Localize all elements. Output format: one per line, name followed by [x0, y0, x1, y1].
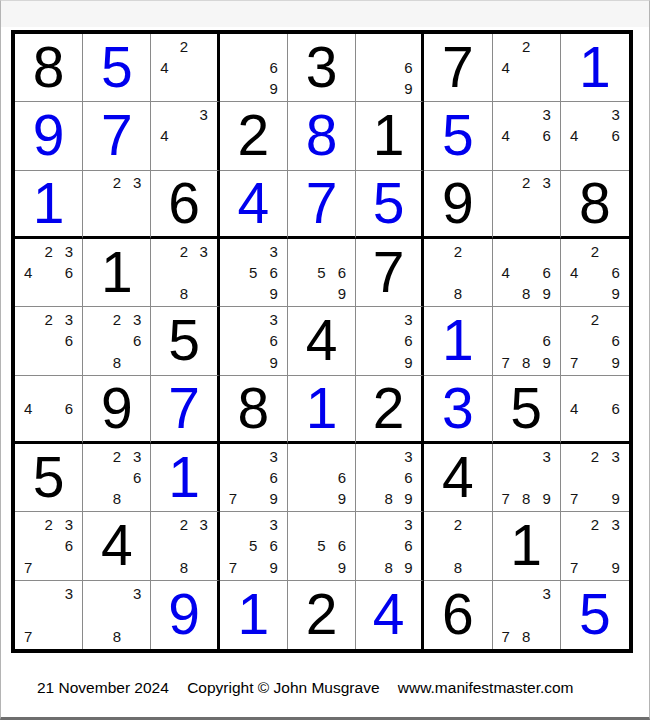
candidate-3	[332, 241, 352, 262]
cell-r8c3[interactable]: 238	[151, 512, 219, 580]
cell-r2c7[interactable]: 5	[424, 102, 492, 170]
cell-r7c8[interactable]: 3789	[493, 444, 561, 512]
candidate-grid: 236	[18, 309, 79, 372]
cell-r1c4[interactable]: 69	[220, 34, 288, 102]
given-digit: 1	[101, 244, 133, 301]
candidate-7	[564, 283, 585, 304]
candidate-3	[468, 241, 488, 262]
cell-r6c3[interactable]: 7	[151, 376, 219, 444]
candidate-7	[223, 352, 243, 373]
footer-date: 21 November 2024	[37, 679, 169, 696]
candidate-3: 3	[127, 173, 147, 193]
candidate-2	[311, 241, 331, 262]
candidate-8	[379, 352, 399, 373]
candidate-6	[127, 604, 147, 625]
candidate-3	[194, 36, 214, 57]
candidate-8	[516, 147, 536, 168]
cell-r2c4[interactable]: 2	[220, 102, 288, 170]
given-digit: 1	[510, 517, 542, 574]
candidate-3: 3	[605, 104, 626, 125]
candidate-8	[243, 557, 263, 578]
candidate-1	[564, 309, 585, 330]
candidate-2	[243, 241, 263, 262]
candidate-grid: 369	[223, 309, 284, 372]
cell-r9c6[interactable]: 4	[356, 581, 424, 649]
cell-r6c1[interactable]: 46	[15, 376, 83, 444]
candidate-9	[536, 147, 556, 168]
sudoku-page: 8524693697241973428153463461236475923823…	[0, 0, 650, 720]
solved-digit: 1	[442, 312, 474, 369]
cell-r3c8[interactable]: 23	[493, 171, 561, 239]
cell-r5c4[interactable]: 369	[220, 307, 288, 375]
cell-r5c9[interactable]: 2679	[561, 307, 629, 375]
candidate-7: 7	[496, 626, 516, 647]
candidate-9	[194, 78, 214, 99]
candidate-3: 3	[536, 104, 556, 125]
cell-r3c3[interactable]: 6	[151, 171, 219, 239]
candidate-7	[86, 626, 106, 647]
candidate-7	[291, 488, 311, 509]
candidate-8	[585, 147, 606, 168]
candidate-8	[516, 78, 536, 99]
candidate-2	[516, 309, 536, 330]
candidate-9	[194, 283, 214, 304]
candidate-4	[291, 535, 311, 556]
candidate-5	[516, 467, 536, 488]
candidate-5	[585, 125, 606, 146]
cell-r2c5[interactable]: 8	[288, 102, 356, 170]
candidate-9	[536, 78, 556, 99]
cell-r3c2[interactable]: 23	[83, 171, 151, 239]
cell-r4c7[interactable]: 28	[424, 239, 492, 307]
candidate-grid: 35679	[223, 514, 284, 577]
candidate-8: 8	[107, 626, 127, 647]
candidate-2: 2	[107, 309, 127, 330]
candidate-3	[332, 446, 352, 467]
candidate-9: 9	[263, 488, 283, 509]
candidate-7: 7	[564, 352, 585, 373]
candidate-7: 7	[564, 488, 585, 509]
candidate-3: 3	[263, 446, 283, 467]
candidate-6: 6	[127, 467, 147, 488]
candidate-4	[564, 467, 585, 488]
cell-r3c5[interactable]: 7	[288, 171, 356, 239]
candidate-6	[194, 125, 214, 146]
candidate-9: 9	[536, 283, 556, 304]
candidate-4: 4	[496, 125, 516, 146]
cell-r2c8[interactable]: 346	[493, 102, 561, 170]
candidate-8	[585, 419, 606, 439]
candidate-6	[194, 262, 214, 283]
candidate-5	[174, 535, 194, 556]
cell-r9c1[interactable]: 37	[15, 581, 83, 649]
candidate-grid: 2346	[18, 241, 79, 304]
candidate-7	[359, 352, 379, 373]
candidate-5	[38, 604, 58, 625]
candidate-4	[86, 467, 106, 488]
candidate-1	[564, 446, 585, 467]
candidate-6	[536, 57, 556, 78]
candidate-1	[564, 514, 585, 535]
candidate-4: 4	[18, 398, 38, 418]
cell-r4c6[interactable]: 7	[356, 239, 424, 307]
candidate-7	[86, 352, 106, 373]
candidate-4: 4	[496, 57, 516, 78]
candidate-3: 3	[263, 309, 283, 330]
candidate-7	[359, 78, 379, 99]
cell-r7c5[interactable]: 69	[288, 444, 356, 512]
candidate-1	[154, 36, 174, 57]
candidate-5	[516, 193, 536, 213]
given-digit: 7	[442, 39, 474, 96]
cell-r7c1[interactable]: 5	[15, 444, 83, 512]
candidate-5: 5	[311, 535, 331, 556]
cell-r9c8[interactable]: 378	[493, 581, 561, 649]
candidate-8: 8	[174, 557, 194, 578]
candidate-1	[496, 173, 516, 193]
candidate-2: 2	[585, 446, 606, 467]
candidate-8	[585, 352, 606, 373]
solved-digit: 8	[306, 107, 338, 164]
candidate-2	[516, 104, 536, 125]
cell-r1c3[interactable]: 24	[151, 34, 219, 102]
cell-r9c4[interactable]: 1	[220, 581, 288, 649]
candidate-2: 2	[174, 514, 194, 535]
cell-r4c3[interactable]: 238	[151, 239, 219, 307]
candidate-5	[379, 467, 399, 488]
candidate-5	[585, 330, 606, 351]
candidate-4: 4	[154, 125, 174, 146]
cell-r4c4[interactable]: 3569	[220, 239, 288, 307]
solved-digit: 9	[33, 107, 65, 164]
cell-r8c7[interactable]: 28	[424, 512, 492, 580]
candidate-4	[223, 262, 243, 283]
candidate-2	[379, 446, 399, 467]
cell-r7c6[interactable]: 3689	[356, 444, 424, 512]
solved-digit: 5	[579, 586, 611, 643]
candidate-6: 6	[332, 535, 352, 556]
candidate-7	[564, 147, 585, 168]
cell-r8c1[interactable]: 2367	[15, 512, 83, 580]
candidate-4	[223, 535, 243, 556]
candidate-3	[536, 309, 556, 330]
cell-r4c5[interactable]: 569	[288, 239, 356, 307]
candidate-5	[107, 467, 127, 488]
candidate-5	[38, 398, 58, 418]
candidate-grid: 28	[427, 514, 488, 577]
candidate-1	[86, 446, 106, 467]
cell-r6c6[interactable]: 2	[356, 376, 424, 444]
candidate-grid: 2469	[564, 241, 626, 304]
cell-r3c7[interactable]: 9	[424, 171, 492, 239]
cell-r3c6[interactable]: 5	[356, 171, 424, 239]
cell-r6c8[interactable]: 5	[493, 376, 561, 444]
cell-r8c6[interactable]: 3689	[356, 512, 424, 580]
candidate-6: 6	[59, 535, 79, 556]
cell-r7c3[interactable]: 1	[151, 444, 219, 512]
candidate-3: 3	[605, 446, 626, 467]
candidate-grid: 38	[86, 583, 147, 647]
candidate-2: 2	[585, 241, 606, 262]
solved-digit: 1	[168, 449, 200, 506]
cell-r1c1[interactable]: 8	[15, 34, 83, 102]
candidate-6: 6	[605, 125, 626, 146]
candidate-2: 2	[38, 241, 58, 262]
cell-r2c6[interactable]: 1	[356, 102, 424, 170]
candidate-4	[496, 330, 516, 351]
cell-r3c4[interactable]: 4	[220, 171, 288, 239]
candidate-9: 9	[263, 352, 283, 373]
candidate-grid: 3789	[496, 446, 557, 509]
candidate-grid: 24	[496, 36, 557, 99]
given-digit: 6	[168, 175, 200, 232]
candidate-2	[311, 446, 331, 467]
given-digit: 8	[33, 39, 65, 96]
candidate-5	[516, 57, 536, 78]
cell-r7c7[interactable]: 4	[424, 444, 492, 512]
given-digit: 4	[101, 517, 133, 574]
candidate-5	[516, 125, 536, 146]
cell-r6c7[interactable]: 3	[424, 376, 492, 444]
candidate-5	[516, 604, 536, 625]
cell-r6c5[interactable]: 1	[288, 376, 356, 444]
candidate-1	[496, 104, 516, 125]
solved-digit: 7	[168, 380, 200, 437]
candidate-grid: 569	[291, 241, 352, 304]
candidate-9: 9	[605, 352, 626, 373]
candidate-4: 4	[496, 262, 516, 283]
candidate-4	[496, 193, 516, 213]
candidate-6: 6	[605, 398, 626, 418]
candidate-6	[468, 262, 488, 283]
cell-r1c7[interactable]: 7	[424, 34, 492, 102]
cell-r2c9[interactable]: 346	[561, 102, 629, 170]
candidate-grid: 346	[496, 104, 557, 167]
given-digit: 8	[579, 175, 611, 232]
candidate-5	[585, 398, 606, 418]
candidate-3: 3	[59, 583, 79, 604]
solved-digit: 1	[579, 39, 611, 96]
candidate-4	[86, 604, 106, 625]
candidate-grid: 2368	[86, 309, 147, 372]
cell-r6c9[interactable]: 46	[561, 376, 629, 444]
candidate-1	[223, 514, 243, 535]
candidate-9	[536, 626, 556, 647]
candidate-6: 6	[263, 330, 283, 351]
solved-digit: 9	[168, 586, 200, 643]
candidate-7	[359, 488, 379, 509]
candidate-grid: 2379	[564, 514, 626, 577]
candidate-8	[107, 214, 127, 234]
cell-r8c5[interactable]: 569	[288, 512, 356, 580]
cell-r1c8[interactable]: 24	[493, 34, 561, 102]
candidate-6	[605, 467, 626, 488]
candidate-7: 7	[223, 488, 243, 509]
candidate-4: 4	[154, 57, 174, 78]
cell-r4c1[interactable]: 2346	[15, 239, 83, 307]
cell-r5c5[interactable]: 4	[288, 307, 356, 375]
candidate-7	[18, 283, 38, 304]
cell-r5c8[interactable]: 6789	[493, 307, 561, 375]
candidate-6: 6	[605, 262, 626, 283]
candidate-8: 8	[448, 557, 468, 578]
candidate-6: 6	[332, 262, 352, 283]
cell-r3c1[interactable]: 1	[15, 171, 83, 239]
cell-r7c4[interactable]: 3679	[220, 444, 288, 512]
candidate-7	[154, 147, 174, 168]
candidate-8	[243, 78, 263, 99]
candidate-9: 9	[332, 488, 352, 509]
candidate-7	[496, 78, 516, 99]
cell-r6c4[interactable]: 8	[220, 376, 288, 444]
candidate-3: 3	[194, 104, 214, 125]
cell-r7c2[interactable]: 2368	[83, 444, 151, 512]
candidate-3	[59, 378, 79, 398]
cell-r8c9[interactable]: 2379	[561, 512, 629, 580]
candidate-9	[605, 147, 626, 168]
candidate-2	[174, 104, 194, 125]
candidate-grid: 24	[154, 36, 213, 99]
candidate-8: 8	[516, 283, 536, 304]
cell-r9c5[interactable]: 2	[288, 581, 356, 649]
candidate-9: 9	[399, 352, 419, 373]
cell-r4c9[interactable]: 2469	[561, 239, 629, 307]
candidate-3: 3	[194, 514, 214, 535]
candidate-6: 6	[59, 262, 79, 283]
candidate-8	[38, 626, 58, 647]
candidate-9	[59, 419, 79, 439]
cell-r6c2[interactable]: 9	[83, 376, 151, 444]
solved-digit: 7	[101, 107, 133, 164]
candidate-4	[291, 467, 311, 488]
candidate-2	[243, 446, 263, 467]
cell-r2c1[interactable]: 9	[15, 102, 83, 170]
candidate-6: 6	[332, 467, 352, 488]
candidate-8	[38, 283, 58, 304]
candidate-9: 9	[332, 283, 352, 304]
cell-r1c2[interactable]: 5	[83, 34, 151, 102]
candidate-6: 6	[59, 330, 79, 351]
given-digit: 5	[510, 380, 542, 437]
candidate-2: 2	[38, 514, 58, 535]
cell-r9c2[interactable]: 38	[83, 581, 151, 649]
cell-r1c9[interactable]: 1	[561, 34, 629, 102]
candidate-1	[154, 104, 174, 125]
candidate-6: 6	[263, 57, 283, 78]
cell-r5c2[interactable]: 2368	[83, 307, 151, 375]
cell-r2c3[interactable]: 34	[151, 102, 219, 170]
candidate-5	[174, 57, 194, 78]
candidate-7	[496, 214, 516, 234]
cell-r8c4[interactable]: 35679	[220, 512, 288, 580]
sudoku-board: 8524693697241973428153463461236475923823…	[11, 30, 633, 653]
cell-r9c3[interactable]: 9	[151, 581, 219, 649]
candidate-9: 9	[399, 557, 419, 578]
candidate-8	[243, 352, 263, 373]
candidate-2: 2	[448, 514, 468, 535]
candidate-grid: 3569	[223, 241, 284, 304]
candidate-3: 3	[127, 309, 147, 330]
candidate-9: 9	[263, 557, 283, 578]
cell-r5c6[interactable]: 369	[356, 307, 424, 375]
candidate-6	[127, 193, 147, 213]
candidate-1	[154, 514, 174, 535]
candidate-3: 3	[263, 241, 283, 262]
cell-r5c1[interactable]: 236	[15, 307, 83, 375]
candidate-2: 2	[516, 36, 536, 57]
cell-r1c5[interactable]: 3	[288, 34, 356, 102]
cell-r2c2[interactable]: 7	[83, 102, 151, 170]
candidate-3: 3	[399, 514, 419, 535]
candidate-grid: 569	[291, 514, 352, 577]
candidate-7	[86, 214, 106, 234]
candidate-1	[18, 241, 38, 262]
candidate-2	[243, 36, 263, 57]
cell-r1c6[interactable]: 69	[356, 34, 424, 102]
candidate-8: 8	[379, 488, 399, 509]
candidate-6: 6	[536, 330, 556, 351]
candidate-1	[223, 309, 243, 330]
cell-r4c8[interactable]: 4689	[493, 239, 561, 307]
candidate-3	[536, 36, 556, 57]
candidate-9	[59, 557, 79, 578]
solved-digit: 5	[373, 175, 405, 232]
cell-r5c7[interactable]: 1	[424, 307, 492, 375]
cell-r8c2[interactable]: 4	[83, 512, 151, 580]
cell-r4c2[interactable]: 1	[83, 239, 151, 307]
candidate-9: 9	[263, 283, 283, 304]
candidate-2: 2	[174, 241, 194, 262]
candidate-4	[564, 535, 585, 556]
candidate-3: 3	[536, 173, 556, 193]
candidate-5	[107, 330, 127, 351]
candidate-1	[359, 36, 379, 57]
candidate-9	[127, 488, 147, 509]
candidate-6	[194, 57, 214, 78]
cell-r3c9[interactable]: 8	[561, 171, 629, 239]
candidate-4	[154, 262, 174, 283]
candidate-5	[516, 330, 536, 351]
candidate-1	[154, 241, 174, 262]
candidate-3: 3	[194, 241, 214, 262]
candidate-6: 6	[59, 398, 79, 418]
candidate-grid: 346	[564, 104, 626, 167]
solved-digit: 4	[237, 175, 269, 232]
solved-digit: 4	[373, 586, 405, 643]
cell-r5c3[interactable]: 5	[151, 307, 219, 375]
candidate-9	[127, 352, 147, 373]
candidate-7: 7	[223, 557, 243, 578]
candidate-3: 3	[127, 583, 147, 604]
candidate-9: 9	[536, 488, 556, 509]
candidate-4	[359, 467, 379, 488]
cell-r9c9[interactable]: 5	[561, 581, 629, 649]
candidate-7	[154, 283, 174, 304]
candidate-1	[18, 378, 38, 398]
candidate-1	[496, 583, 516, 604]
given-digit: 7	[373, 244, 405, 301]
cell-r7c9[interactable]: 2379	[561, 444, 629, 512]
candidate-3	[605, 378, 626, 398]
candidate-9	[59, 626, 79, 647]
cell-r9c7[interactable]: 6	[424, 581, 492, 649]
solved-digit: 1	[306, 380, 338, 437]
candidate-1	[564, 104, 585, 125]
cell-r8c8[interactable]: 1	[493, 512, 561, 580]
given-digit: 9	[442, 175, 474, 232]
given-digit: 8	[237, 380, 269, 437]
candidate-2: 2	[585, 309, 606, 330]
